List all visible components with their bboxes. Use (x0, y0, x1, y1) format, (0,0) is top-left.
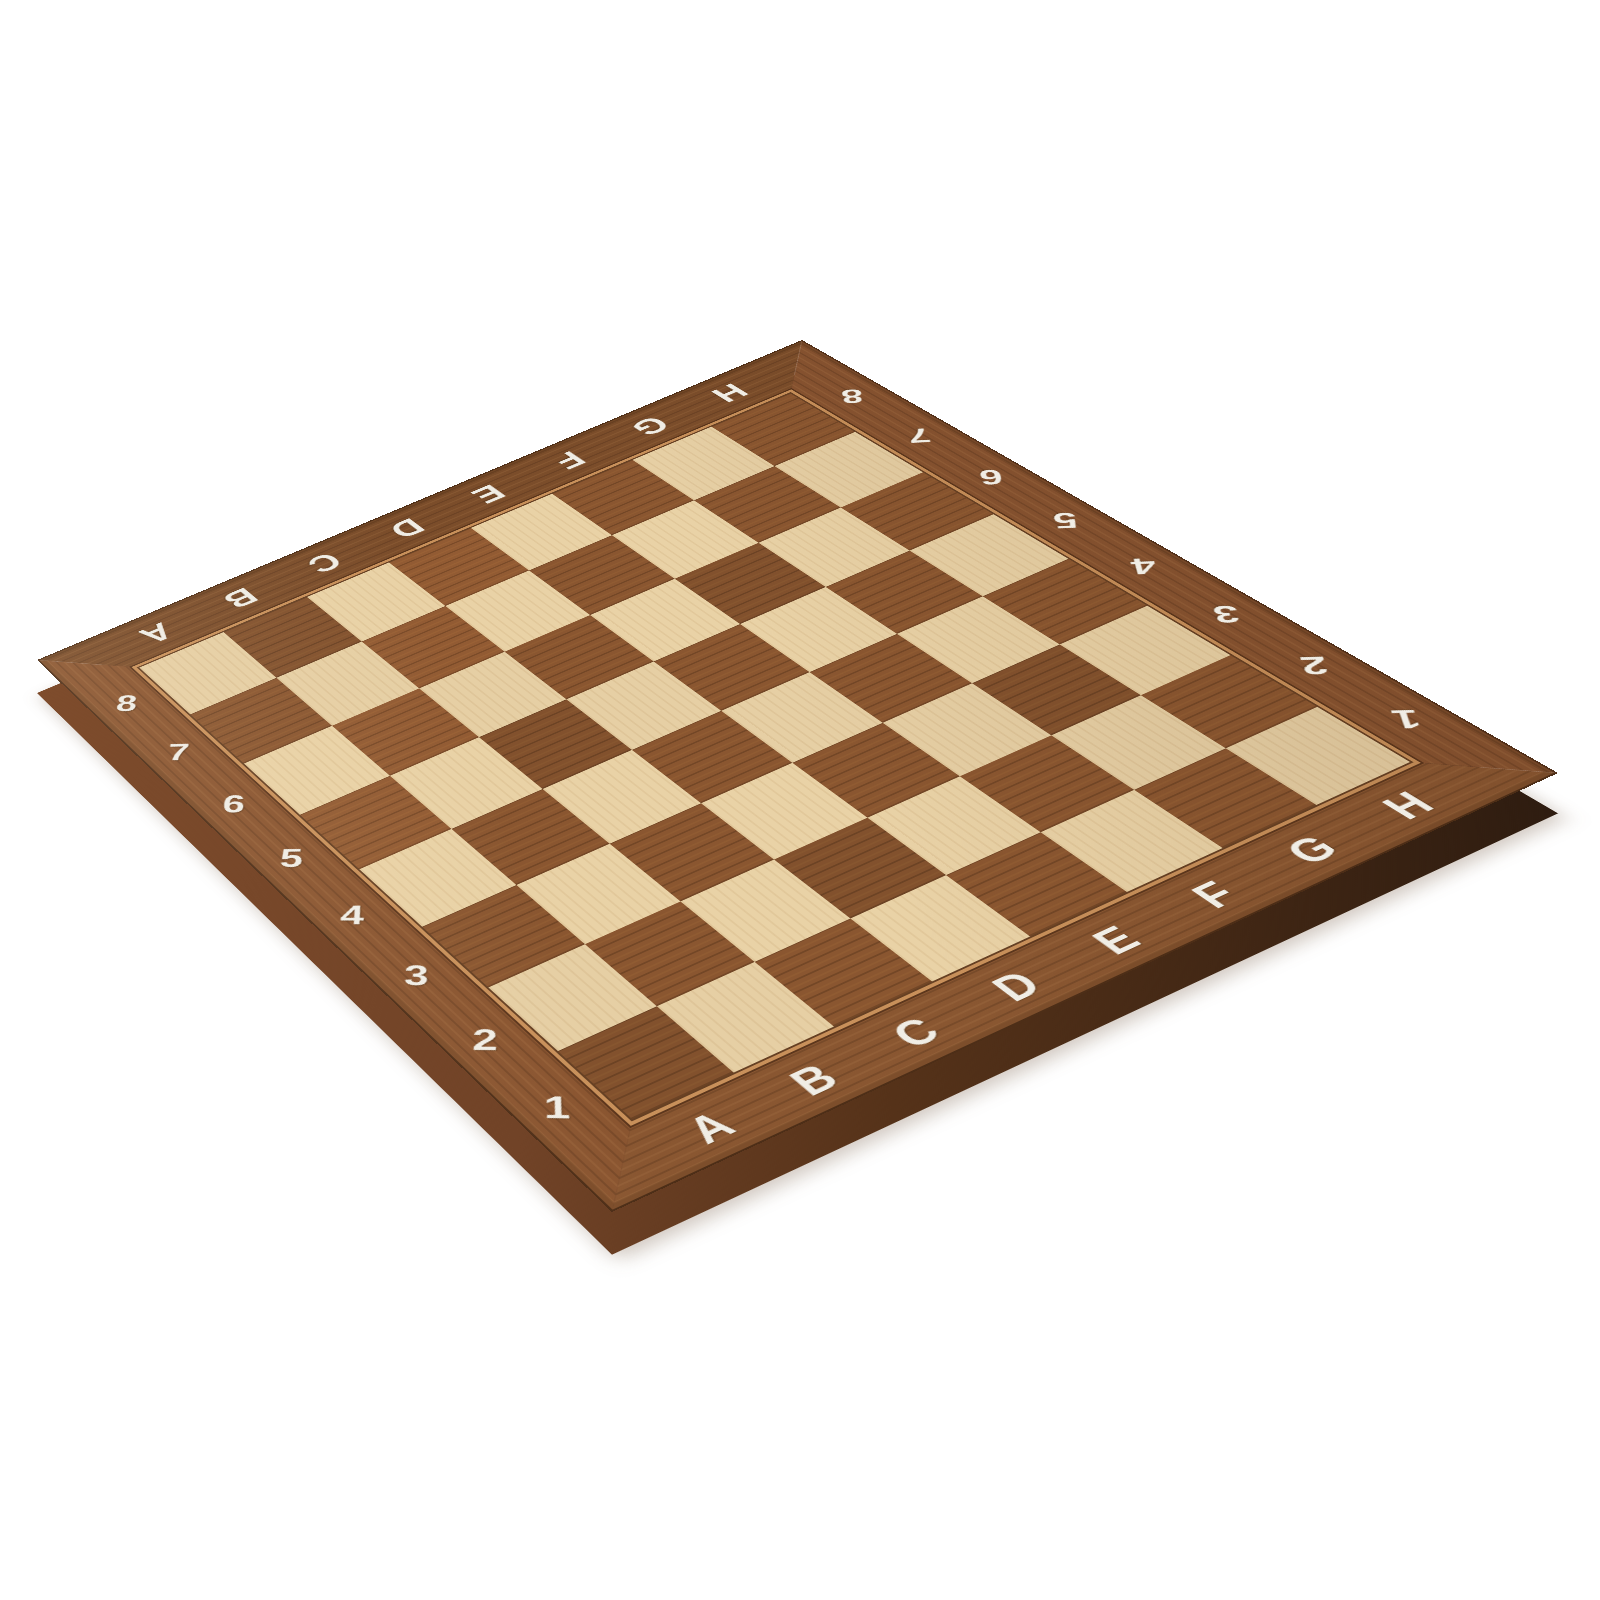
rank-label-right-7: 7 (906, 425, 932, 446)
file-label-near-h: H (1373, 787, 1442, 825)
rank-label-left-7: 7 (166, 740, 190, 764)
file-label-far-a: A (133, 619, 179, 648)
rank-label-right-8: 8 (840, 386, 865, 406)
file-label-far-e: E (465, 481, 511, 507)
rank-label-left-8: 8 (114, 692, 138, 715)
file-label-near-c: C (883, 1012, 949, 1054)
file-label-near-a: A (678, 1105, 742, 1149)
rank-label-left-2: 2 (471, 1024, 497, 1054)
file-label-far-b: B (217, 584, 264, 613)
rank-label-left-6: 6 (221, 791, 246, 816)
rank-label-right-1: 1 (1388, 706, 1425, 733)
rank-label-left-4: 4 (339, 901, 364, 928)
product-photo: AA88BB77CC66DD55EE44FF33GG22HH11 (0, 0, 1600, 1600)
file-label-far-d: D (383, 514, 431, 542)
rank-label-right-5: 5 (1050, 509, 1079, 532)
file-label-near-b: B (781, 1058, 846, 1101)
rank-label-left-5: 5 (278, 845, 303, 871)
file-label-far-c: C (301, 549, 348, 577)
file-label-near-g: G (1276, 830, 1347, 870)
rank-label-left-1: 1 (543, 1091, 570, 1123)
file-label-far-f: F (547, 447, 592, 472)
chess-board: AA88BB77CC66DD55EE44FF33GG22HH11 (37, 340, 1558, 1212)
coordinate-labels: AA88BB77CC66DD55EE44FF33GG22HH11 (37, 340, 1558, 1212)
rank-label-right-4: 4 (1128, 555, 1159, 579)
file-label-near-e: E (1084, 920, 1149, 959)
rank-label-right-6: 6 (977, 466, 1004, 488)
file-label-near-d: D (983, 966, 1050, 1007)
rank-label-right-3: 3 (1210, 602, 1242, 627)
file-label-far-g: G (624, 413, 675, 440)
file-label-far-h: H (705, 380, 754, 406)
rank-label-right-2: 2 (1296, 653, 1330, 679)
file-label-near-f: F (1183, 876, 1246, 913)
rank-label-left-3: 3 (403, 961, 428, 990)
